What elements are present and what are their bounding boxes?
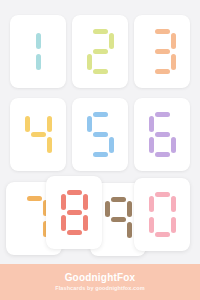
segment-d bbox=[93, 152, 108, 157]
segment-g bbox=[155, 49, 170, 54]
segment-b bbox=[36, 33, 41, 49]
segment-f bbox=[25, 116, 30, 132]
seven-segment-digit-7 bbox=[21, 196, 48, 241]
segment-f bbox=[105, 201, 110, 217]
segment-c bbox=[171, 54, 176, 70]
segment-g bbox=[93, 49, 108, 54]
flashcard-6[interactable] bbox=[134, 98, 190, 171]
segment-d bbox=[155, 69, 170, 74]
segment-g bbox=[155, 132, 170, 137]
segment-d bbox=[155, 152, 170, 157]
segment-c bbox=[47, 137, 52, 153]
seven-segment-digit-1 bbox=[36, 29, 41, 74]
segment-b bbox=[171, 33, 176, 49]
seven-segment-digit-2 bbox=[87, 29, 114, 74]
segment-a bbox=[111, 197, 126, 202]
segment-a bbox=[67, 190, 82, 195]
segment-a bbox=[155, 112, 170, 117]
segment-a bbox=[155, 29, 170, 34]
segment-b bbox=[109, 33, 114, 49]
flashcard-row-2 bbox=[0, 98, 200, 171]
segment-f bbox=[149, 196, 154, 212]
segment-f bbox=[61, 194, 66, 210]
segment-b bbox=[47, 116, 52, 132]
flashcard-0[interactable] bbox=[134, 178, 190, 251]
segment-b bbox=[171, 196, 176, 212]
segment-f bbox=[87, 116, 92, 132]
segment-d bbox=[155, 232, 170, 237]
brand-subtitle: Flashcards by goodnightfox.com bbox=[55, 284, 144, 292]
segment-g bbox=[67, 210, 82, 215]
segment-a bbox=[93, 29, 108, 34]
segment-c bbox=[127, 222, 132, 238]
seven-segment-digit-5 bbox=[87, 112, 114, 157]
seven-segment-digit-6 bbox=[149, 112, 176, 157]
segment-g bbox=[31, 132, 46, 137]
card-board bbox=[0, 0, 200, 264]
flashcard-5[interactable] bbox=[72, 98, 128, 171]
flashcard-4[interactable] bbox=[10, 98, 66, 171]
seven-segment-digit-8 bbox=[61, 190, 88, 235]
flashcard-row-3 bbox=[0, 176, 200, 258]
segment-d bbox=[67, 230, 82, 235]
segment-d bbox=[93, 69, 108, 74]
flashcards-screen: { "game": "number flashcards (seven-segm… bbox=[0, 0, 200, 300]
segment-f bbox=[149, 116, 154, 132]
flashcard-8[interactable] bbox=[46, 176, 102, 249]
brand-title: GoodnightFox bbox=[65, 272, 136, 284]
segment-a bbox=[27, 196, 42, 201]
segment-g bbox=[111, 217, 126, 222]
segment-a bbox=[155, 192, 170, 197]
seven-segment-digit-0 bbox=[149, 192, 176, 237]
segment-c bbox=[109, 137, 114, 153]
segment-e bbox=[87, 54, 92, 70]
segment-e bbox=[149, 137, 154, 153]
segment-g bbox=[93, 132, 108, 137]
segment-b bbox=[83, 194, 88, 210]
flashcard-3[interactable] bbox=[134, 15, 190, 88]
flashcard-2[interactable] bbox=[72, 15, 128, 88]
segment-c bbox=[171, 137, 176, 153]
segment-c bbox=[36, 54, 41, 70]
flashcard-1[interactable] bbox=[10, 15, 66, 88]
seven-segment-digit-4 bbox=[25, 112, 52, 157]
segment-a bbox=[93, 112, 108, 117]
segment-c bbox=[83, 215, 88, 231]
segment-e bbox=[61, 215, 66, 231]
flashcard-row-1 bbox=[0, 0, 200, 88]
segment-c bbox=[171, 217, 176, 233]
segment-b bbox=[127, 201, 132, 217]
seven-segment-digit-3 bbox=[149, 29, 176, 74]
segment-e bbox=[149, 217, 154, 233]
footer-banner: GoodnightFox Flashcards by goodnightfox.… bbox=[0, 264, 200, 300]
seven-segment-digit-9 bbox=[105, 197, 132, 242]
